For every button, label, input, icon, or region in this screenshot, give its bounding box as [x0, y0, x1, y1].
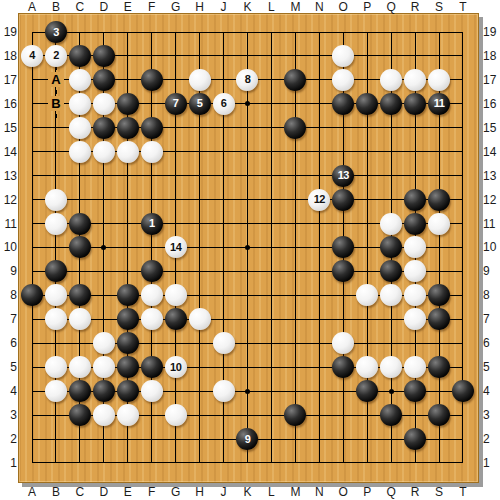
coord-label-left: 13 [0, 169, 17, 183]
stone-D6[interactable] [93, 332, 115, 354]
coord-label-left: 8 [0, 288, 17, 302]
coord-label-bottom: D [92, 485, 116, 499]
stone-B18[interactable]: 2 [45, 45, 67, 67]
move-number: 7 [173, 98, 179, 109]
stone-G7[interactable] [165, 308, 187, 330]
stone-S17[interactable] [428, 69, 450, 91]
stone-E7[interactable] [117, 308, 139, 330]
coord-label-bottom: M [283, 485, 307, 499]
coord-label-left: 17 [0, 73, 17, 87]
coord-label-right: 6 [483, 336, 500, 350]
stone-F11[interactable]: 1 [141, 213, 163, 235]
move-number: 14 [170, 242, 181, 253]
coord-label-right: 10 [483, 240, 500, 254]
coord-label-bottom: H [188, 485, 212, 499]
move-number: 5 [197, 98, 203, 109]
stone-E3[interactable] [117, 404, 139, 426]
coord-label-left: 7 [0, 312, 17, 326]
stone-O12[interactable] [332, 189, 354, 211]
stone-T4[interactable] [452, 380, 474, 402]
stone-O17[interactable] [332, 69, 354, 91]
stone-A18[interactable]: 4 [21, 45, 43, 67]
move-number: 8 [245, 74, 251, 85]
coord-label-top: G [164, 0, 188, 14]
stone-B4[interactable] [45, 380, 67, 402]
move-number: 11 [434, 98, 445, 109]
move-number: 4 [29, 50, 35, 61]
stone-B11[interactable] [45, 213, 67, 235]
coord-label-left: 1 [0, 456, 17, 470]
stone-D15[interactable] [93, 117, 115, 139]
coord-label-left: 2 [0, 432, 17, 446]
stone-D3[interactable] [93, 404, 115, 426]
stone-C14[interactable] [69, 141, 91, 163]
coord-label-top: J [212, 0, 236, 14]
coord-label-left: 12 [0, 193, 17, 207]
board-letter-A: A [48, 72, 64, 87]
coord-label-right: 14 [483, 145, 500, 159]
stone-D17[interactable] [93, 69, 115, 91]
coord-label-left: 6 [0, 336, 17, 350]
coord-label-top: L [259, 0, 283, 14]
coord-label-bottom: F [140, 485, 164, 499]
stone-J16[interactable]: 6 [213, 93, 235, 115]
coord-label-left: 4 [0, 384, 17, 398]
stone-R17[interactable] [404, 69, 426, 91]
grid-line-vertical [319, 32, 320, 464]
coord-label-bottom: S [427, 485, 451, 499]
coord-label-top: R [403, 0, 427, 14]
stone-F14[interactable] [141, 141, 163, 163]
grid-line-horizontal [32, 319, 464, 320]
coord-label-top: C [68, 0, 92, 14]
stone-E16[interactable] [117, 93, 139, 115]
stone-C16[interactable] [69, 93, 91, 115]
coord-label-right: 18 [483, 49, 500, 63]
coord-label-right: 4 [483, 384, 500, 398]
stone-F9[interactable] [141, 260, 163, 282]
coord-label-bottom: T [451, 485, 475, 499]
coord-label-right: 8 [483, 288, 500, 302]
coord-label-left: 3 [0, 408, 17, 422]
stone-D14[interactable] [93, 141, 115, 163]
stone-R2[interactable] [404, 428, 426, 450]
move-number: 9 [245, 434, 251, 445]
stone-E14[interactable] [117, 141, 139, 163]
grid-line-vertical [271, 32, 272, 464]
stone-Q16[interactable] [380, 93, 402, 115]
coord-label-bottom: C [68, 485, 92, 499]
stone-M15[interactable] [284, 117, 306, 139]
coord-label-top: H [188, 0, 212, 14]
coord-label-top: P [355, 0, 379, 14]
coord-label-right: 15 [483, 121, 500, 135]
move-number: 6 [221, 98, 227, 109]
coord-label-left: 14 [0, 145, 17, 159]
stone-C15[interactable] [69, 117, 91, 139]
coord-label-top: O [331, 0, 355, 14]
go-diagram-page: ABAABBCCDDEEFFGGHHJJKKLLMMNNOOPPQQRRSSTT… [0, 0, 500, 500]
coord-label-right: 17 [483, 73, 500, 87]
move-number: 12 [314, 194, 325, 205]
stone-G10[interactable]: 14 [165, 236, 187, 258]
grid-line-horizontal [32, 462, 464, 463]
stone-C3[interactable] [69, 404, 91, 426]
stone-G16[interactable]: 7 [165, 93, 187, 115]
stone-Q17[interactable] [380, 69, 402, 91]
stone-C17[interactable] [69, 69, 91, 91]
stone-C11[interactable] [69, 213, 91, 235]
star-point [389, 389, 394, 394]
stone-H17[interactable] [189, 69, 211, 91]
coord-label-left: 11 [0, 217, 17, 231]
stone-S3[interactable] [428, 404, 450, 426]
coord-label-bottom: E [116, 485, 140, 499]
coord-label-bottom: P [355, 485, 379, 499]
coord-label-bottom: K [235, 485, 259, 499]
stone-F15[interactable] [141, 117, 163, 139]
coord-label-bottom: G [164, 485, 188, 499]
move-number: 1 [149, 218, 155, 229]
move-number: 13 [338, 170, 349, 181]
coord-label-bottom: A [20, 485, 44, 499]
stone-E5[interactable] [117, 356, 139, 378]
coord-label-left: 10 [0, 240, 17, 254]
coord-label-bottom: J [212, 485, 236, 499]
stone-B12[interactable] [45, 189, 67, 211]
stone-F4[interactable] [141, 380, 163, 402]
stone-E6[interactable] [117, 332, 139, 354]
stone-S16[interactable]: 11 [428, 93, 450, 115]
stone-J6[interactable] [213, 332, 235, 354]
stone-Q11[interactable] [380, 213, 402, 235]
coord-label-right: 5 [483, 360, 500, 374]
stone-H16[interactable]: 5 [189, 93, 211, 115]
stone-F8[interactable] [141, 284, 163, 306]
stone-B5[interactable] [45, 356, 67, 378]
coord-label-top: K [235, 0, 259, 14]
coord-label-left: 15 [0, 121, 17, 135]
board-letter-B: B [48, 96, 64, 111]
coord-label-right: 9 [483, 264, 500, 278]
coord-label-top: Q [379, 0, 403, 14]
coord-label-bottom: N [307, 485, 331, 499]
coord-label-top: S [427, 0, 451, 14]
coord-label-top: A [20, 0, 44, 14]
coord-label-bottom: B [44, 485, 68, 499]
stone-F17[interactable] [141, 69, 163, 91]
coord-label-top: D [92, 0, 116, 14]
coord-label-left: 18 [0, 49, 17, 63]
coord-label-right: 1 [483, 456, 500, 470]
stone-C18[interactable] [69, 45, 91, 67]
coord-label-top: T [451, 0, 475, 14]
coord-label-right: 7 [483, 312, 500, 326]
stone-E8[interactable] [117, 284, 139, 306]
stone-S12[interactable] [428, 189, 450, 211]
stone-O13[interactable]: 13 [332, 165, 354, 187]
coord-label-bottom: Q [379, 485, 403, 499]
stone-S11[interactable] [428, 213, 450, 235]
stone-D5[interactable] [93, 356, 115, 378]
stone-P16[interactable] [356, 93, 378, 115]
star-point [245, 245, 250, 250]
stone-G3[interactable] [165, 404, 187, 426]
coord-label-left: 9 [0, 264, 17, 278]
coord-label-bottom: L [259, 485, 283, 499]
coord-label-right: 19 [483, 25, 500, 39]
stone-E4[interactable] [117, 380, 139, 402]
move-number: 3 [53, 27, 59, 38]
stone-R11[interactable] [404, 213, 426, 235]
stone-D18[interactable] [93, 45, 115, 67]
stone-F7[interactable] [141, 308, 163, 330]
grid-line-vertical [295, 32, 296, 464]
stone-D4[interactable] [93, 380, 115, 402]
coord-label-right: 13 [483, 169, 500, 183]
stone-F5[interactable] [141, 356, 163, 378]
stone-H7[interactable] [189, 308, 211, 330]
coord-label-top: M [283, 0, 307, 14]
star-point [245, 389, 250, 394]
coord-label-top: N [307, 0, 331, 14]
coord-label-left: 19 [0, 25, 17, 39]
stone-B19[interactable]: 3 [45, 21, 67, 43]
stone-G5[interactable]: 10 [165, 356, 187, 378]
move-number: 2 [53, 50, 59, 61]
stone-O16[interactable] [332, 93, 354, 115]
coord-label-right: 3 [483, 408, 500, 422]
coord-label-left: 16 [0, 97, 17, 111]
stone-E15[interactable] [117, 117, 139, 139]
move-number: 10 [170, 362, 181, 373]
stone-D16[interactable] [93, 93, 115, 115]
coord-label-right: 2 [483, 432, 500, 446]
coord-label-right: 11 [483, 217, 500, 231]
stone-N12[interactable]: 12 [308, 189, 330, 211]
stone-C5[interactable] [69, 356, 91, 378]
stone-R16[interactable] [404, 93, 426, 115]
coord-label-right: 12 [483, 193, 500, 207]
stone-R12[interactable] [404, 189, 426, 211]
stone-C4[interactable] [69, 380, 91, 402]
coord-label-left: 5 [0, 360, 17, 374]
coord-label-top: F [140, 0, 164, 14]
stone-G8[interactable] [165, 284, 187, 306]
stone-J4[interactable] [213, 380, 235, 402]
coord-label-right: 16 [483, 97, 500, 111]
coord-label-top: E [116, 0, 140, 14]
coord-label-bottom: R [403, 485, 427, 499]
coord-label-bottom: O [331, 485, 355, 499]
coord-label-top: B [44, 0, 68, 14]
